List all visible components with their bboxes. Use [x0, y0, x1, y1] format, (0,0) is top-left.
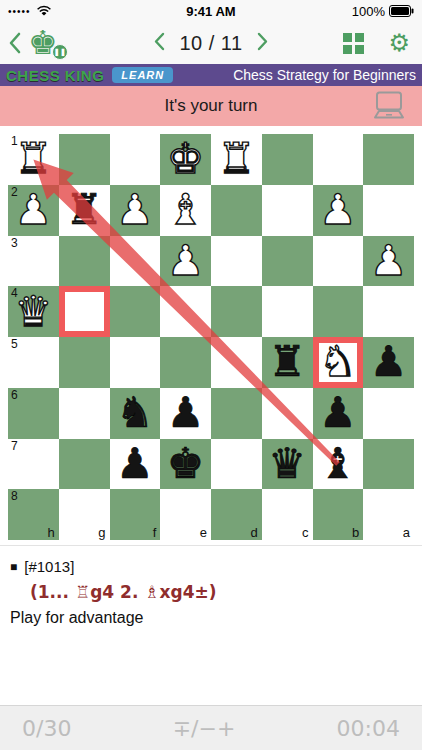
square-e2[interactable]: ♝	[160, 185, 211, 236]
square-f1[interactable]	[110, 134, 161, 185]
white-king-e1: ♚	[167, 138, 205, 180]
square-b5[interactable]: ♞	[313, 337, 364, 388]
white-pawn-e3: ♟	[167, 240, 205, 282]
black-pawn-e6: ♟	[167, 392, 205, 434]
square-e5[interactable]	[160, 337, 211, 388]
square-g5[interactable]	[59, 337, 110, 388]
square-f2[interactable]: ♟	[110, 185, 161, 236]
turn-banner: It's your turn	[0, 86, 422, 126]
square-a2[interactable]	[363, 185, 414, 236]
black-pawn-a5: ♟	[370, 341, 408, 383]
square-g1[interactable]	[59, 134, 110, 185]
page-indicator: 10 / 11	[179, 32, 242, 55]
evaluation-symbols[interactable]: ∓/−+	[173, 716, 236, 741]
file-label-h: h	[48, 525, 55, 540]
square-d3[interactable]	[211, 236, 262, 287]
square-e8[interactable]: e	[160, 489, 211, 540]
chess-board: 1♜♚♜2♟♜♟♝♟3♟♟4♛5♜♞♟6♞♟♟7♟♚♛♝8hgfedcba	[8, 134, 414, 540]
black-queen-c7: ♛	[268, 443, 306, 485]
file-label-a: a	[403, 525, 410, 540]
square-g6[interactable]	[59, 388, 110, 439]
course-title: Chess Strategy for Beginners	[233, 67, 416, 83]
black-rook-g2: ♜	[65, 189, 103, 231]
square-d4[interactable]	[211, 286, 262, 337]
turn-banner-text: It's your turn	[164, 96, 257, 116]
file-label-g: g	[98, 525, 105, 540]
square-b8[interactable]: b	[313, 489, 364, 540]
square-a1[interactable]	[363, 134, 414, 185]
white-rook-d1: ♜	[218, 138, 256, 180]
prev-page-button[interactable]	[154, 32, 165, 55]
square-f5[interactable]	[110, 337, 161, 388]
solution-line: (1... ♖g4 2. ♗xg4±)	[30, 582, 412, 602]
square-h5[interactable]: 5	[8, 337, 59, 388]
square-c3[interactable]	[262, 236, 313, 287]
battery-percent: 100%	[352, 4, 385, 19]
square-c5[interactable]: ♜	[262, 337, 313, 388]
square-c7[interactable]: ♛	[262, 439, 313, 490]
white-bishop-e2: ♝	[167, 189, 205, 231]
square-b2[interactable]: ♟	[313, 185, 364, 236]
timer: 00:04	[337, 716, 400, 741]
next-page-button[interactable]	[257, 32, 268, 55]
square-e7[interactable]: ♚	[160, 439, 211, 490]
square-h3[interactable]: 3	[8, 236, 59, 287]
square-d7[interactable]	[211, 439, 262, 490]
square-h6[interactable]: 6	[8, 388, 59, 439]
square-c1[interactable]	[262, 134, 313, 185]
black-to-move-icon: ■	[10, 561, 17, 573]
square-f4[interactable]	[110, 286, 161, 337]
file-label-b: b	[352, 525, 359, 540]
nav-bar: ♚ ❚❚ 10 / 11 ⚙	[0, 22, 422, 64]
file-label-e: e	[200, 525, 207, 540]
square-c4[interactable]	[262, 286, 313, 337]
square-h8[interactable]: 8h	[8, 489, 59, 540]
rank-label-6: 6	[11, 388, 18, 402]
square-a3[interactable]: ♟	[363, 236, 414, 287]
white-queen-h4: ♛	[15, 291, 53, 333]
notes-panel: ■ [#1013] (1... ♖g4 2. ♗xg4±) Play for a…	[10, 558, 412, 627]
white-pawn-f2: ♟	[116, 189, 154, 231]
square-h4[interactable]: 4♛	[8, 286, 59, 337]
black-knight-f6: ♞	[116, 392, 154, 434]
board-divider	[0, 545, 422, 546]
rank-label-5: 5	[11, 337, 18, 351]
battery-icon	[389, 5, 414, 17]
square-e1[interactable]: ♚	[160, 134, 211, 185]
white-pawn-b2: ♟	[319, 189, 357, 231]
black-bishop-b7: ♝	[319, 443, 357, 485]
exercise-id: [#1013]	[24, 558, 74, 575]
square-b4[interactable]	[313, 286, 364, 337]
settings-gear-icon[interactable]: ⚙	[388, 31, 410, 55]
square-h2[interactable]: 2♟	[8, 185, 59, 236]
file-label-f: f	[153, 525, 157, 540]
bottom-toolbar: 0/30 ∓/−+ 00:04	[0, 705, 422, 750]
learn-badge: LEARN	[112, 67, 173, 83]
square-e4[interactable]	[160, 286, 211, 337]
square-b3[interactable]	[313, 236, 364, 287]
hint-text: Play for advantage	[10, 609, 412, 627]
square-b6[interactable]: ♟	[313, 388, 364, 439]
white-pawn-h2: ♟	[15, 189, 53, 231]
square-g2[interactable]: ♜	[59, 185, 110, 236]
square-d2[interactable]	[211, 185, 262, 236]
square-e3[interactable]: ♟	[160, 236, 211, 287]
square-b1[interactable]	[313, 134, 364, 185]
rank-label-8: 8	[11, 489, 18, 503]
square-f6[interactable]: ♞	[110, 388, 161, 439]
black-rook-c5: ♜	[268, 341, 306, 383]
square-h7[interactable]: 7	[8, 439, 59, 490]
square-a4[interactable]	[363, 286, 414, 337]
status-bar: ••••• 9:41 AM 100%	[0, 0, 422, 22]
score-counter: 0/30	[22, 716, 71, 741]
black-king-e7: ♚	[167, 443, 205, 485]
square-h1[interactable]: 1♜	[8, 134, 59, 185]
square-c6[interactable]	[262, 388, 313, 439]
square-f8[interactable]: f	[110, 489, 161, 540]
brand-name: CHESS KING	[6, 67, 104, 84]
square-c8[interactable]: c	[262, 489, 313, 540]
white-knight-b5: ♞	[319, 341, 357, 383]
rank-label-3: 3	[11, 236, 18, 250]
black-pawn-b6: ♟	[319, 392, 357, 434]
square-f3[interactable]	[110, 236, 161, 287]
grid-menu-icon[interactable]	[343, 33, 364, 54]
square-d1[interactable]: ♜	[211, 134, 262, 185]
square-g8[interactable]: g	[59, 489, 110, 540]
computer-opponent-icon[interactable]	[370, 91, 408, 121]
square-e6[interactable]: ♟	[160, 388, 211, 439]
square-a6[interactable]	[363, 388, 414, 439]
square-g4[interactable]	[59, 286, 110, 337]
square-a8[interactable]: a	[363, 489, 414, 540]
brand-bar: CHESS KING LEARN Chess Strategy for Begi…	[0, 64, 422, 86]
square-a5[interactable]: ♟	[363, 337, 414, 388]
square-d6[interactable]	[211, 388, 262, 439]
square-f7[interactable]: ♟	[110, 439, 161, 490]
file-label-c: c	[302, 525, 309, 540]
square-d8[interactable]: d	[211, 489, 262, 540]
square-a7[interactable]	[363, 439, 414, 490]
rank-label-7: 7	[11, 439, 18, 453]
square-g7[interactable]	[59, 439, 110, 490]
square-b7[interactable]: ♝	[313, 439, 364, 490]
black-pawn-f7: ♟	[116, 443, 154, 485]
white-rook-h1: ♜	[15, 138, 53, 180]
square-g3[interactable]	[59, 236, 110, 287]
square-d5[interactable]	[211, 337, 262, 388]
square-c2[interactable]	[262, 185, 313, 236]
file-label-d: d	[251, 525, 258, 540]
white-pawn-a3: ♟	[370, 240, 408, 282]
